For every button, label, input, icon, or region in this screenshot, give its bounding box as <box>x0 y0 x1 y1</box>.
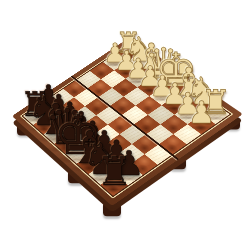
chess-set-product-photo: ♜♞♝♛♚♝♞♜♟♟♟♟♟♟♟♟♟♟♟♟♟♟♟♟♜♞♝♛♚♝♞♜ <box>0 0 250 250</box>
